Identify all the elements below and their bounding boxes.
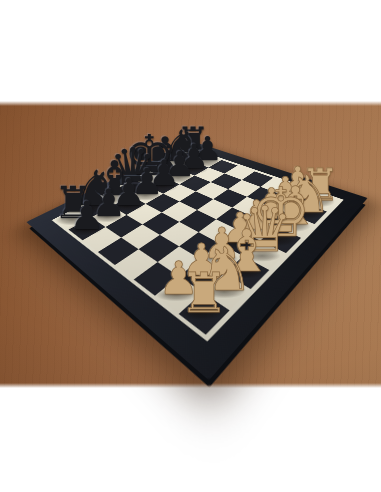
piece-white-rook[interactable]: ♜ (180, 269, 229, 318)
backdrop-fade-top (0, 101, 381, 106)
backdrop-top (0, 0, 381, 101)
photo: ♜♟♞♟♝♟♚♟♛♟♟♝♜♟♟♞♞♟♟♜♝♟♟♚♟♛♟♝♟♞♟♜ (0, 0, 381, 492)
backdrop-bottom (0, 388, 381, 492)
piece-black-pawn[interactable]: ♟ (70, 197, 105, 232)
